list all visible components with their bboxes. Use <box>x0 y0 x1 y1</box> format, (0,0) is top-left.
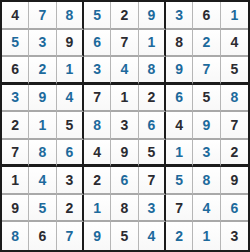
cell-r7c6[interactable]: 7 <box>139 167 166 195</box>
cell-r1c1[interactable]: 4 <box>2 2 29 30</box>
cell-r9c1[interactable]: 8 <box>2 222 29 250</box>
cell-r6c5[interactable]: 9 <box>111 140 138 168</box>
cell-r1c4[interactable]: 5 <box>84 2 111 30</box>
cell-r1c7[interactable]: 3 <box>166 2 193 30</box>
cell-r4c2[interactable]: 9 <box>29 85 56 113</box>
cell-r1c6[interactable]: 9 <box>139 2 166 30</box>
cell-r3c1[interactable]: 6 <box>2 57 29 85</box>
cell-r2c1[interactable]: 5 <box>2 30 29 58</box>
cell-r4c6[interactable]: 2 <box>139 85 166 113</box>
cell-r7c3[interactable]: 3 <box>57 167 84 195</box>
cell-r6c6[interactable]: 5 <box>139 140 166 168</box>
cell-r1c9[interactable]: 1 <box>221 2 248 30</box>
cell-r3c9[interactable]: 5 <box>221 57 248 85</box>
cell-r5c8[interactable]: 9 <box>193 112 220 140</box>
cell-r3c6[interactable]: 8 <box>139 57 166 85</box>
cell-r9c5[interactable]: 5 <box>111 222 138 250</box>
cell-r3c3[interactable]: 1 <box>57 57 84 85</box>
cell-r1c2[interactable]: 7 <box>29 2 56 30</box>
cell-r2c2[interactable]: 3 <box>29 30 56 58</box>
cell-r6c7[interactable]: 1 <box>166 140 193 168</box>
cell-r2c8[interactable]: 2 <box>193 30 220 58</box>
cell-r4c7[interactable]: 6 <box>166 85 193 113</box>
cell-r9c9[interactable]: 3 <box>221 222 248 250</box>
cell-r8c6[interactable]: 3 <box>139 195 166 223</box>
cell-r3c4[interactable]: 3 <box>84 57 111 85</box>
cell-r8c5[interactable]: 8 <box>111 195 138 223</box>
cell-r9c3[interactable]: 7 <box>57 222 84 250</box>
cell-r9c7[interactable]: 2 <box>166 222 193 250</box>
cell-r2c4[interactable]: 6 <box>84 30 111 58</box>
cell-r7c8[interactable]: 8 <box>193 167 220 195</box>
cell-r1c3[interactable]: 8 <box>57 2 84 30</box>
cell-r2c7[interactable]: 8 <box>166 30 193 58</box>
cell-r9c6[interactable]: 4 <box>139 222 166 250</box>
cell-r6c2[interactable]: 8 <box>29 140 56 168</box>
cell-r4c4[interactable]: 7 <box>84 85 111 113</box>
cell-r7c2[interactable]: 4 <box>29 167 56 195</box>
cell-r9c2[interactable]: 6 <box>29 222 56 250</box>
cell-r7c9[interactable]: 9 <box>221 167 248 195</box>
cell-r5c7[interactable]: 4 <box>166 112 193 140</box>
cell-r2c3[interactable]: 9 <box>57 30 84 58</box>
cell-r8c7[interactable]: 7 <box>166 195 193 223</box>
cell-r8c2[interactable]: 5 <box>29 195 56 223</box>
cell-r8c3[interactable]: 2 <box>57 195 84 223</box>
cell-r2c9[interactable]: 4 <box>221 30 248 58</box>
cell-r3c8[interactable]: 7 <box>193 57 220 85</box>
cell-r1c5[interactable]: 2 <box>111 2 138 30</box>
cell-r6c4[interactable]: 4 <box>84 140 111 168</box>
cell-r8c4[interactable]: 1 <box>84 195 111 223</box>
cell-r3c7[interactable]: 9 <box>166 57 193 85</box>
cell-r1c8[interactable]: 6 <box>193 2 220 30</box>
cell-r5c3[interactable]: 5 <box>57 112 84 140</box>
cell-r6c8[interactable]: 3 <box>193 140 220 168</box>
cell-r6c9[interactable]: 2 <box>221 140 248 168</box>
cell-r6c3[interactable]: 6 <box>57 140 84 168</box>
cell-r4c8[interactable]: 5 <box>193 85 220 113</box>
cell-r9c8[interactable]: 1 <box>193 222 220 250</box>
cell-r4c9[interactable]: 8 <box>221 85 248 113</box>
cell-r7c4[interactable]: 2 <box>84 167 111 195</box>
cell-r5c5[interactable]: 3 <box>111 112 138 140</box>
cell-r3c5[interactable]: 4 <box>111 57 138 85</box>
cell-r6c1[interactable]: 7 <box>2 140 29 168</box>
cell-r7c1[interactable]: 1 <box>2 167 29 195</box>
cell-r5c1[interactable]: 2 <box>2 112 29 140</box>
cell-r8c1[interactable]: 9 <box>2 195 29 223</box>
cell-r7c7[interactable]: 5 <box>166 167 193 195</box>
cell-r4c3[interactable]: 4 <box>57 85 84 113</box>
sudoku-board: 4785293615396718246213489753947126582158… <box>0 0 250 252</box>
cell-r2c6[interactable]: 1 <box>139 30 166 58</box>
cell-r8c9[interactable]: 6 <box>221 195 248 223</box>
cell-r5c9[interactable]: 7 <box>221 112 248 140</box>
cell-r7c5[interactable]: 6 <box>111 167 138 195</box>
cell-r5c2[interactable]: 1 <box>29 112 56 140</box>
cell-r4c1[interactable]: 3 <box>2 85 29 113</box>
cell-r5c6[interactable]: 6 <box>139 112 166 140</box>
cell-r8c8[interactable]: 4 <box>193 195 220 223</box>
cell-r2c5[interactable]: 7 <box>111 30 138 58</box>
cell-r4c5[interactable]: 1 <box>111 85 138 113</box>
cell-r3c2[interactable]: 2 <box>29 57 56 85</box>
cell-r5c4[interactable]: 8 <box>84 112 111 140</box>
cell-r9c4[interactable]: 9 <box>84 222 111 250</box>
